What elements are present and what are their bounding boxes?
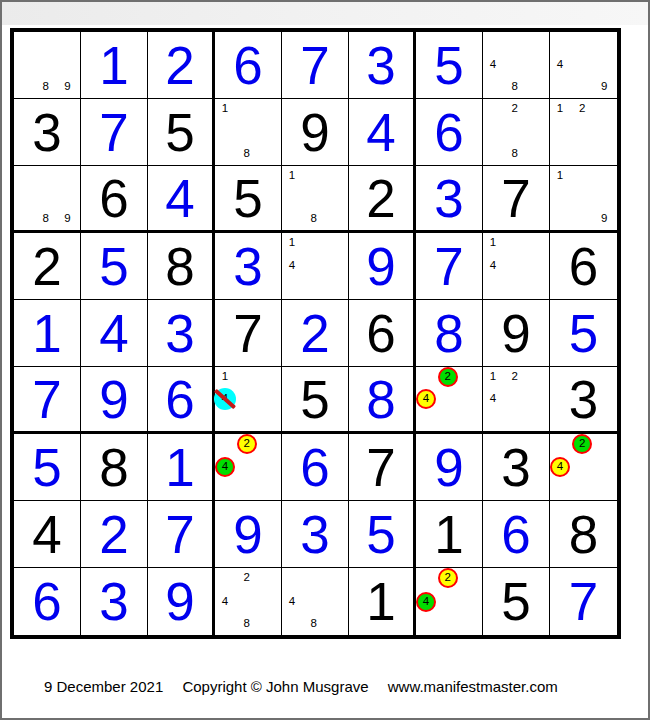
cell-r5c3[interactable]: 3 [148,300,215,367]
elimination-strike-line [214,389,236,409]
cell-value-solved: 2 [81,501,147,567]
cell-value-solved: 5 [416,32,482,98]
candidate-2-green-circle: 2 [572,434,592,454]
cell-r6c2[interactable]: 9 [81,367,148,434]
cell-value-given: 2 [14,233,80,299]
cell-value-solved: 9 [215,501,281,567]
page: 8912673548493751894628128964518237192583… [0,0,650,720]
cell-r2c8[interactable]: 28 [483,99,550,166]
cell-r4c3[interactable]: 8 [148,233,215,300]
cell-value-solved: 8 [416,300,482,366]
cell-r8c2[interactable]: 2 [81,501,148,568]
candidate-2: 2 [243,572,249,584]
cell-r2c5[interactable]: 9 [282,99,349,166]
cell-r5c5[interactable]: 2 [282,300,349,367]
candidate-9: 9 [601,213,607,225]
cell-value-solved: 7 [282,32,348,98]
cell-value-solved: 8 [349,367,413,431]
cell-r3c7[interactable]: 3 [416,166,483,233]
cell-r1c9[interactable]: 49 [550,32,617,99]
cell-r7c1[interactable]: 5 [14,434,81,501]
candidate-1: 1 [289,170,295,182]
cell-value-given: 3 [14,99,80,165]
cell-value-solved: 2 [148,32,212,98]
candidate-1: 1 [557,170,563,182]
cell-r7c4[interactable]: 24 [215,434,282,501]
cell-value-solved: 5 [81,233,147,299]
cell-value-given: 7 [483,166,549,230]
cell-value-given: 8 [148,233,212,299]
cell-value-solved: 5 [550,300,617,366]
cell-r6c3[interactable]: 6 [148,367,215,434]
cell-value-solved: 9 [416,434,482,500]
cell-r7c6[interactable]: 7 [349,434,416,501]
cell-r9c9[interactable]: 7 [550,568,617,635]
cell-value-given: 2 [349,166,413,230]
cell-value-solved: 6 [483,501,549,567]
candidate-1: 1 [222,371,228,383]
cell-r6c4[interactable]: 14 [215,367,282,434]
candidate-9: 9 [601,81,607,93]
cell-value-solved: 9 [81,367,147,431]
cell-r5c9[interactable]: 5 [550,300,617,367]
cell-value-solved: 9 [349,233,413,299]
cell-value-given: 5 [148,99,212,165]
cell-value-solved: 5 [14,434,80,500]
candidate-1: 1 [557,103,563,115]
cell-r4c4[interactable]: 3 [215,233,282,300]
cell-value-solved: 6 [282,434,348,500]
cell-r5c1[interactable]: 1 [14,300,81,367]
cell-r7c2[interactable]: 8 [81,434,148,501]
footer-copyright: Copyright © John Musgrave [182,678,368,695]
candidate-8: 8 [310,213,316,225]
cell-value-solved: 6 [416,99,482,165]
cell-r8c5[interactable]: 3 [282,501,349,568]
candidate-4-yellow-circle: 4 [416,389,436,409]
cell-r8c6[interactable]: 5 [349,501,416,568]
candidate-2: 2 [511,103,517,115]
candidate-1: 1 [289,237,295,249]
cell-r5c4[interactable]: 7 [215,300,282,367]
cell-value-given: 4 [14,501,80,567]
cell-value-solved: 5 [349,501,413,567]
cell-value-solved: 7 [550,568,617,635]
cell-value-given: 3 [483,434,549,500]
cell-r2c6[interactable]: 4 [349,99,416,166]
cell-value-given: 7 [349,434,413,500]
candidate-4-yellow-circle: 4 [550,457,570,477]
cell-r4c8[interactable]: 14 [483,233,550,300]
cell-r6c6[interactable]: 8 [349,367,416,434]
cell-r3c9[interactable]: 19 [550,166,617,233]
cell-r2c2[interactable]: 7 [81,99,148,166]
cell-r7c9[interactable]: 24 [550,434,617,501]
candidate-2: 2 [579,103,585,115]
cell-r8c7[interactable]: 1 [416,501,483,568]
cell-value-solved: 1 [14,300,80,366]
cell-r1c4[interactable]: 6 [215,32,282,99]
cell-r5c8[interactable]: 9 [483,300,550,367]
cell-r4c2[interactable]: 5 [81,233,148,300]
cell-r3c4[interactable]: 5 [215,166,282,233]
footer: 9 December 2021 Copyright © John Musgrav… [44,678,573,695]
cell-value-solved: 6 [215,32,281,98]
cell-r1c3[interactable]: 2 [148,32,215,99]
cell-r1c5[interactable]: 7 [282,32,349,99]
cell-value-solved: 6 [14,568,80,635]
cell-r2c1[interactable]: 3 [14,99,81,166]
cell-value-solved: 4 [81,300,147,366]
cell-value-given: 8 [81,434,147,500]
candidate-2: 2 [511,371,517,383]
cell-value-given: 6 [550,233,617,299]
cell-r2c4[interactable]: 18 [215,99,282,166]
window-header-bar [2,2,648,25]
candidate-1: 1 [222,103,228,115]
cell-r8c9[interactable]: 8 [550,501,617,568]
candidate-1: 1 [490,237,496,249]
cell-value-given: 1 [416,501,482,567]
cell-value-given: 5 [215,166,281,230]
cell-value-solved: 9 [148,568,212,635]
cell-r4c5[interactable]: 14 [282,233,349,300]
cell-value-solved: 3 [349,32,413,98]
candidate-4: 4 [289,260,295,272]
cell-value-given: 6 [349,300,413,366]
candidate-8: 8 [511,81,517,93]
cell-r9c3[interactable]: 9 [148,568,215,635]
cell-r3c2[interactable]: 6 [81,166,148,233]
candidate-8: 8 [243,148,249,160]
footer-date: 9 December 2021 [44,678,163,695]
cell-r9c8[interactable]: 5 [483,568,550,635]
cell-r6c7[interactable]: 24 [416,367,483,434]
cell-r8c4[interactable]: 9 [215,501,282,568]
cell-r4c7[interactable]: 7 [416,233,483,300]
candidate-2-yellow-circle: 2 [438,568,458,588]
cell-value-given: 5 [282,367,348,431]
cell-value-solved: 3 [81,568,147,635]
cell-r9c6[interactable]: 1 [349,568,416,635]
cell-r7c8[interactable]: 3 [483,434,550,501]
cell-value-solved: 6 [148,367,212,431]
cell-value-given: 7 [215,300,281,366]
cell-r8c8[interactable]: 6 [483,501,550,568]
candidate-2-green-circle: 2 [438,367,458,387]
cell-r5c2[interactable]: 4 [81,300,148,367]
candidate-4: 4 [490,393,496,405]
cell-value-solved: 3 [148,300,212,366]
candidate-4: 4 [222,596,228,608]
cell-value-given: 1 [349,568,413,635]
cell-r1c7[interactable]: 5 [416,32,483,99]
cell-r2c3[interactable]: 5 [148,99,215,166]
cell-r4c9[interactable]: 6 [550,233,617,300]
footer-website: www.manifestmaster.com [388,678,558,695]
cell-value-solved: 7 [81,99,147,165]
cell-value-solved: 7 [148,501,212,567]
cell-value-given: 9 [483,300,549,366]
cell-value-given: 3 [550,367,617,431]
cell-r6c9[interactable]: 3 [550,367,617,434]
candidate-8: 8 [511,148,517,160]
candidate-2-yellow-circle: 2 [237,434,257,454]
cell-r4c1[interactable]: 2 [14,233,81,300]
cell-r9c5[interactable]: 48 [282,568,349,635]
cell-r6c5[interactable]: 5 [282,367,349,434]
cell-r8c1[interactable]: 4 [14,501,81,568]
candidate-8: 8 [42,213,48,225]
cell-r3c5[interactable]: 18 [282,166,349,233]
cell-value-given: 6 [81,166,147,230]
cell-r3c3[interactable]: 4 [148,166,215,233]
cell-value-solved: 2 [282,300,348,366]
candidate-4: 4 [490,260,496,272]
candidate-9: 9 [64,81,70,93]
candidate-9: 9 [64,213,70,225]
cell-value-solved: 7 [14,367,80,431]
cell-value-given: 8 [550,501,617,567]
cell-r5c7[interactable]: 8 [416,300,483,367]
cell-value-solved: 3 [215,233,281,299]
cell-r8c3[interactable]: 7 [148,501,215,568]
cell-r9c4[interactable]: 248 [215,568,282,635]
candidate-4-cyan-circle: 4 [214,388,236,410]
cell-r1c6[interactable]: 3 [349,32,416,99]
cell-r9c1[interactable]: 6 [14,568,81,635]
cell-r1c8[interactable]: 48 [483,32,550,99]
cell-value-given: 9 [282,99,348,165]
candidate-4: 4 [557,59,563,71]
cell-r6c1[interactable]: 7 [14,367,81,434]
cell-value-solved: 4 [349,99,413,165]
cell-r1c2[interactable]: 1 [81,32,148,99]
cell-r5c6[interactable]: 6 [349,300,416,367]
cell-r2c9[interactable]: 12 [550,99,617,166]
candidate-4-green-circle: 4 [416,592,436,612]
cell-value-solved: 1 [148,434,212,500]
candidate-4: 4 [289,596,295,608]
cell-r7c7[interactable]: 9 [416,434,483,501]
cell-r1c1[interactable]: 89 [14,32,81,99]
cell-r7c5[interactable]: 6 [282,434,349,501]
cell-r9c7[interactable]: 24 [416,568,483,635]
cell-r3c6[interactable]: 2 [349,166,416,233]
cell-r7c3[interactable]: 1 [148,434,215,501]
cell-r4c6[interactable]: 9 [349,233,416,300]
cell-r3c8[interactable]: 7 [483,166,550,233]
candidate-8: 8 [243,618,249,630]
candidate-4-green-circle: 4 [215,457,235,477]
candidate-8: 8 [42,81,48,93]
cell-r2c7[interactable]: 6 [416,99,483,166]
candidate-8: 8 [310,618,316,630]
cell-r6c8[interactable]: 124 [483,367,550,434]
cell-value-solved: 3 [416,166,482,230]
cell-value-solved: 3 [282,501,348,567]
candidate-4: 4 [490,59,496,71]
sudoku-board: 8912673548493751894628128964518237192583… [10,28,621,639]
candidate-1: 1 [490,371,496,383]
cell-value-given: 5 [483,568,549,635]
cell-value-solved: 7 [416,233,482,299]
cell-r9c2[interactable]: 3 [81,568,148,635]
cell-value-solved: 4 [148,166,212,230]
cell-value-solved: 1 [81,32,147,98]
cell-r3c1[interactable]: 89 [14,166,81,233]
